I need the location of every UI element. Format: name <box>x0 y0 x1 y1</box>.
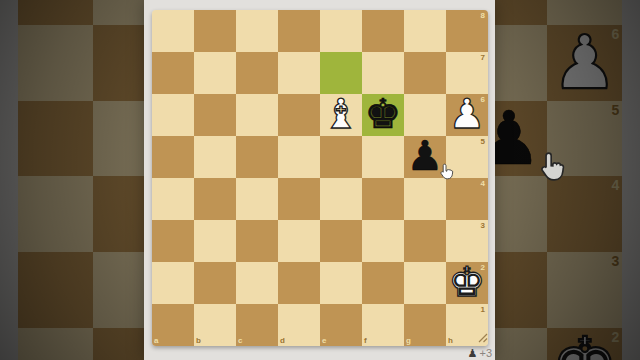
square-g2[interactable] <box>404 262 446 304</box>
square-a6[interactable] <box>152 94 194 136</box>
black-pawn[interactable]: ♟ <box>407 136 444 177</box>
square-c5[interactable] <box>236 136 278 178</box>
square-d5[interactable] <box>278 136 320 178</box>
square-a2 <box>18 328 94 360</box>
white-bishop[interactable]: ♝ <box>323 94 360 135</box>
square-h5: 5 <box>547 101 623 177</box>
square-b1[interactable]: b <box>194 304 236 346</box>
file-label-g: g <box>406 337 411 345</box>
board-card: 87♝♚6♟♟5432♚abcdefg1h ♟ +3 <box>144 0 495 360</box>
rank-label-8: 8 <box>481 12 485 20</box>
square-a3[interactable] <box>152 220 194 262</box>
square-h4: 4 <box>547 176 623 252</box>
square-d7[interactable] <box>278 52 320 94</box>
rank-label-5: 5 <box>481 138 485 146</box>
square-b2[interactable] <box>194 262 236 304</box>
rank-label-4: 4 <box>612 178 620 192</box>
square-f7[interactable] <box>362 52 404 94</box>
square-c8[interactable] <box>236 10 278 52</box>
file-label-a: a <box>154 337 158 345</box>
rank-label-4: 4 <box>481 180 485 188</box>
square-e7[interactable] <box>320 52 362 94</box>
square-h3[interactable]: 3 <box>446 220 488 262</box>
square-f4[interactable] <box>362 178 404 220</box>
square-h7[interactable]: 7 <box>446 52 488 94</box>
white-pawn: ♟ <box>551 25 617 99</box>
square-g6[interactable] <box>404 94 446 136</box>
square-c3[interactable] <box>236 220 278 262</box>
chess-board[interactable]: 87♝♚6♟♟5432♚abcdefg1h <box>152 10 488 346</box>
square-f1[interactable]: f <box>362 304 404 346</box>
square-a5[interactable] <box>152 136 194 178</box>
square-e3[interactable] <box>320 220 362 262</box>
square-g8[interactable] <box>404 10 446 52</box>
square-f6[interactable]: ♚ <box>362 94 404 136</box>
square-c1[interactable]: c <box>236 304 278 346</box>
square-a6 <box>18 25 94 101</box>
file-label-b: b <box>196 337 201 345</box>
square-h4[interactable]: 4 <box>446 178 488 220</box>
square-a5 <box>18 101 94 177</box>
material-advantage: ♟ +3 <box>468 347 492 359</box>
square-a1[interactable]: a <box>152 304 194 346</box>
file-label-e: e <box>322 337 326 345</box>
square-f2[interactable] <box>362 262 404 304</box>
square-f8[interactable] <box>362 10 404 52</box>
square-e1[interactable]: e <box>320 304 362 346</box>
file-label-h: h <box>448 337 453 345</box>
square-e6[interactable]: ♝ <box>320 94 362 136</box>
black-king[interactable]: ♚ <box>365 94 402 135</box>
square-h2: 2♚ <box>547 328 623 360</box>
resize-handle[interactable] <box>478 333 488 343</box>
square-g3[interactable] <box>404 220 446 262</box>
square-d3[interactable] <box>278 220 320 262</box>
rank-label-3: 3 <box>481 222 485 230</box>
square-g4[interactable] <box>404 178 446 220</box>
square-b4[interactable] <box>194 178 236 220</box>
square-a4 <box>18 176 94 252</box>
square-b3[interactable] <box>194 220 236 262</box>
rank-label-7: 7 <box>481 54 485 62</box>
pawn-icon: ♟ <box>468 348 478 359</box>
square-b7[interactable] <box>194 52 236 94</box>
square-b8[interactable] <box>194 10 236 52</box>
square-b6[interactable] <box>194 94 236 136</box>
file-label-c: c <box>238 337 242 345</box>
square-h6[interactable]: 6♟ <box>446 94 488 136</box>
square-e5[interactable] <box>320 136 362 178</box>
square-h3: 3 <box>547 252 623 328</box>
file-label-d: d <box>280 337 285 345</box>
square-e4[interactable] <box>320 178 362 220</box>
square-d6[interactable] <box>278 94 320 136</box>
white-king: ♚ <box>551 327 617 360</box>
square-c6[interactable] <box>236 94 278 136</box>
square-a7 <box>18 0 94 25</box>
square-c4[interactable] <box>236 178 278 220</box>
square-d1[interactable]: d <box>278 304 320 346</box>
square-a2[interactable] <box>152 262 194 304</box>
rank-label-5: 5 <box>612 103 620 117</box>
square-g7[interactable] <box>404 52 446 94</box>
material-advantage-value: +3 <box>479 348 492 359</box>
square-h6: 6♟ <box>547 25 623 101</box>
square-b5[interactable] <box>194 136 236 178</box>
rank-label-3: 3 <box>612 254 620 268</box>
square-e2[interactable] <box>320 262 362 304</box>
square-d4[interactable] <box>278 178 320 220</box>
square-a4[interactable] <box>152 178 194 220</box>
square-g5[interactable]: ♟ <box>404 136 446 178</box>
square-d8[interactable] <box>278 10 320 52</box>
white-pawn[interactable]: ♟ <box>449 94 486 135</box>
square-g1[interactable]: g <box>404 304 446 346</box>
square-f5[interactable] <box>362 136 404 178</box>
square-h8[interactable]: 8 <box>446 10 488 52</box>
square-f3[interactable] <box>362 220 404 262</box>
square-a7[interactable] <box>152 52 194 94</box>
square-e8[interactable] <box>320 10 362 52</box>
square-a8[interactable] <box>152 10 194 52</box>
square-a3 <box>18 252 94 328</box>
square-c2[interactable] <box>236 262 278 304</box>
rank-label-1: 1 <box>481 306 485 314</box>
file-label-f: f <box>364 337 367 345</box>
square-c7[interactable] <box>236 52 278 94</box>
square-h2[interactable]: 2♚ <box>446 262 488 304</box>
white-king[interactable]: ♚ <box>449 262 486 303</box>
square-h5[interactable]: 5 <box>446 136 488 178</box>
square-d2[interactable] <box>278 262 320 304</box>
